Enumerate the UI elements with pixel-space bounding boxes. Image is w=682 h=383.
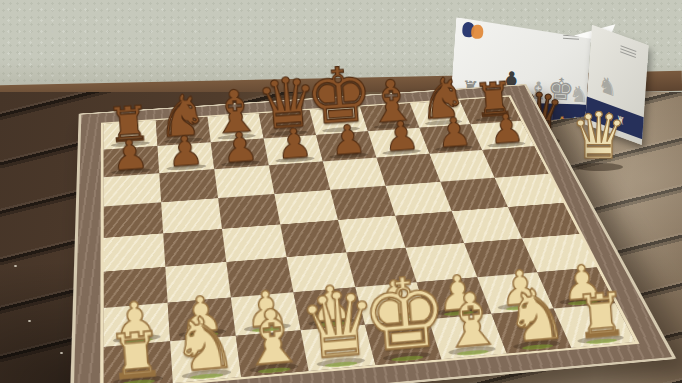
square-h7[interactable]: ♟ [470, 121, 534, 150]
square-b1[interactable]: ♞ [170, 336, 241, 383]
paint-speck [28, 320, 31, 322]
square-d1[interactable]: ♛ [301, 325, 376, 371]
square-b5[interactable] [161, 198, 222, 233]
square-a7[interactable]: ♟ [104, 146, 160, 177]
square-h5[interactable] [495, 174, 564, 207]
square-d5[interactable] [274, 190, 338, 225]
piece-white-knight-b1[interactable]: ♞ [169, 308, 240, 383]
spare-white-queen[interactable]: ♛ [570, 104, 627, 168]
square-d6[interactable] [269, 161, 330, 193]
piece-black-pawn-f7[interactable]: ♟ [382, 116, 420, 156]
square-h6[interactable] [482, 146, 548, 177]
square-b7[interactable]: ♟ [157, 142, 214, 173]
square-a4[interactable] [104, 233, 166, 271]
piece-black-pawn-h7[interactable]: ♟ [488, 109, 525, 149]
piece-black-pawn-c7[interactable]: ♟ [220, 127, 259, 168]
square-a1[interactable]: ♜ [104, 341, 173, 383]
logo-orange-shape [471, 24, 484, 39]
square-e5[interactable] [330, 186, 395, 220]
paint-speck [60, 352, 63, 354]
piece-black-pawn-b7[interactable]: ♟ [166, 131, 206, 172]
piece-white-rook-h1[interactable]: ♜ [573, 286, 629, 346]
square-f6[interactable] [376, 154, 440, 186]
piece-white-knight-g1[interactable]: ♞ [503, 280, 570, 352]
square-b4[interactable] [163, 229, 226, 267]
square-h4[interactable] [508, 203, 580, 239]
square-b6[interactable] [159, 169, 218, 202]
piece-black-pawn-d7[interactable]: ♟ [275, 124, 314, 165]
square-c6[interactable] [214, 165, 274, 198]
square-e7[interactable]: ♟ [316, 131, 376, 161]
square-c1[interactable]: ♝ [236, 330, 309, 377]
square-c5[interactable] [218, 194, 280, 229]
square-a6[interactable] [104, 173, 161, 206]
photo-scene: ♟♚♝♞♜ ♟♞♟♝♜♟♞♟ ♞ ♟♜ ♛ ♛ ♜♞♝♛♚♝♞♜♟♟♟♟♟♟♟♟… [0, 0, 682, 383]
square-g4[interactable] [452, 207, 522, 243]
piece-black-pawn-e7[interactable]: ♟ [329, 120, 367, 160]
square-e4[interactable] [338, 216, 406, 253]
square-c7[interactable]: ♟ [211, 139, 269, 170]
maker-logo-icon [462, 22, 489, 42]
square-c4[interactable] [222, 224, 287, 262]
piece-black-pawn-g7[interactable]: ♟ [435, 113, 473, 153]
square-d7[interactable]: ♟ [264, 135, 323, 165]
box-side-piece-art: ♞ [597, 72, 618, 101]
piece-black-pawn-a7[interactable]: ♟ [110, 135, 150, 176]
square-a5[interactable] [104, 202, 163, 238]
piece-white-queen-d1[interactable]: ♛ [296, 281, 381, 371]
piece-white-rook-a1[interactable]: ♜ [106, 325, 166, 383]
fine-print-lines [620, 43, 636, 59]
square-d4[interactable] [280, 220, 346, 257]
piece-shadow [575, 163, 623, 171]
square-e6[interactable] [323, 158, 386, 190]
paint-speck [14, 265, 17, 267]
piece-white-bishop-f1[interactable]: ♝ [436, 283, 506, 358]
